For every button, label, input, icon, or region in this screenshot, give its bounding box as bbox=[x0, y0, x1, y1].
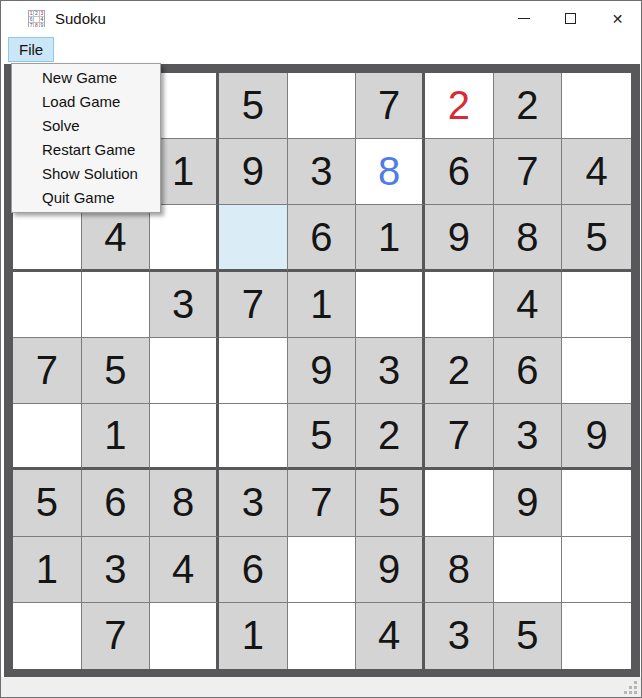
cell-r5c3[interactable] bbox=[150, 338, 219, 404]
cell-r6c2[interactable]: 1 bbox=[82, 404, 151, 470]
cell-r5c5[interactable]: 9 bbox=[288, 338, 357, 404]
cell-r5c8[interactable]: 6 bbox=[494, 338, 563, 404]
cell-r6c7[interactable]: 7 bbox=[425, 404, 494, 470]
window-title: Sudoku bbox=[55, 10, 106, 27]
close-button[interactable]: ✕ bbox=[594, 1, 641, 36]
cell-r7c9[interactable] bbox=[562, 470, 631, 536]
cell-r4c3[interactable]: 3 bbox=[150, 272, 219, 338]
cell-r3c2[interactable]: 4 bbox=[82, 205, 151, 271]
cell-r6c5[interactable]: 5 bbox=[288, 404, 357, 470]
window-controls: ✕ bbox=[500, 1, 641, 36]
resize-grip[interactable] bbox=[624, 681, 637, 694]
cell-r1c6[interactable]: 7 bbox=[356, 73, 425, 139]
cell-r2c4[interactable]: 9 bbox=[219, 139, 288, 205]
cell-r9c1[interactable] bbox=[13, 603, 82, 669]
cell-r6c1[interactable] bbox=[13, 404, 82, 470]
cell-r4c1[interactable] bbox=[13, 272, 82, 338]
sudoku-window: 12364789 Sudoku ✕ File 57221938674461985… bbox=[0, 0, 642, 698]
close-icon: ✕ bbox=[612, 11, 624, 27]
cell-r7c2[interactable]: 6 bbox=[82, 470, 151, 536]
cell-r6c6[interactable]: 2 bbox=[356, 404, 425, 470]
cell-r5c6[interactable]: 3 bbox=[356, 338, 425, 404]
cell-r4c8[interactable]: 4 bbox=[494, 272, 563, 338]
cell-r8c9[interactable] bbox=[562, 537, 631, 603]
cell-r5c2[interactable]: 5 bbox=[82, 338, 151, 404]
cell-r5c7[interactable]: 2 bbox=[425, 338, 494, 404]
cell-r3c5[interactable]: 6 bbox=[288, 205, 357, 271]
cell-r7c6[interactable]: 5 bbox=[356, 470, 425, 536]
cell-r8c8[interactable] bbox=[494, 537, 563, 603]
cell-r7c1[interactable]: 5 bbox=[13, 470, 82, 536]
cell-r1c9[interactable] bbox=[562, 73, 631, 139]
cell-r3c9[interactable]: 5 bbox=[562, 205, 631, 271]
cell-r9c4[interactable]: 1 bbox=[219, 603, 288, 669]
minimize-button[interactable] bbox=[500, 1, 547, 36]
cell-r7c5[interactable]: 7 bbox=[288, 470, 357, 536]
cell-r5c4[interactable] bbox=[219, 338, 288, 404]
menu-item-new-game[interactable]: New Game bbox=[12, 66, 160, 90]
cell-r7c7[interactable] bbox=[425, 470, 494, 536]
cell-r4c2[interactable] bbox=[82, 272, 151, 338]
cell-r8c6[interactable]: 9 bbox=[356, 537, 425, 603]
cell-r4c4[interactable]: 7 bbox=[219, 272, 288, 338]
cell-r8c7[interactable]: 8 bbox=[425, 537, 494, 603]
menu-item-load-game[interactable]: Load Game bbox=[12, 90, 160, 114]
cell-r3c6[interactable]: 1 bbox=[356, 205, 425, 271]
cell-r9c9[interactable] bbox=[562, 603, 631, 669]
cell-r8c3[interactable]: 4 bbox=[150, 537, 219, 603]
cell-r8c1[interactable]: 1 bbox=[13, 537, 82, 603]
cell-r8c4[interactable]: 6 bbox=[219, 537, 288, 603]
cell-r6c9[interactable]: 9 bbox=[562, 404, 631, 470]
cell-r3c7[interactable]: 9 bbox=[425, 205, 494, 271]
cell-r6c4[interactable] bbox=[219, 404, 288, 470]
cell-r9c3[interactable] bbox=[150, 603, 219, 669]
cell-r8c2[interactable]: 3 bbox=[82, 537, 151, 603]
cell-r2c8[interactable]: 7 bbox=[494, 139, 563, 205]
cell-r1c5[interactable] bbox=[288, 73, 357, 139]
cell-r2c6[interactable]: 8 bbox=[356, 139, 425, 205]
minimize-icon bbox=[518, 18, 530, 19]
cell-r7c3[interactable]: 8 bbox=[150, 470, 219, 536]
cell-r5c9[interactable] bbox=[562, 338, 631, 404]
menu-file[interactable]: File bbox=[8, 37, 54, 62]
cell-r9c2[interactable]: 7 bbox=[82, 603, 151, 669]
cell-r7c8[interactable]: 9 bbox=[494, 470, 563, 536]
cell-r8c5[interactable] bbox=[288, 537, 357, 603]
cell-r2c7[interactable]: 6 bbox=[425, 139, 494, 205]
cell-r4c7[interactable] bbox=[425, 272, 494, 338]
cell-r9c6[interactable]: 4 bbox=[356, 603, 425, 669]
menu-item-solve[interactable]: Solve bbox=[12, 114, 160, 138]
maximize-icon bbox=[565, 13, 576, 24]
cell-r4c6[interactable] bbox=[356, 272, 425, 338]
cell-r1c7[interactable]: 2 bbox=[425, 73, 494, 139]
cell-r9c7[interactable]: 3 bbox=[425, 603, 494, 669]
file-menu-dropdown: New GameLoad GameSolveRestart GameShow S… bbox=[11, 63, 161, 213]
sudoku-app-icon: 12364789 bbox=[28, 10, 45, 27]
menu-item-quit-game[interactable]: Quit Game bbox=[12, 186, 160, 210]
menu-bar: File bbox=[1, 36, 641, 63]
cell-r2c9[interactable]: 4 bbox=[562, 139, 631, 205]
cell-r3c3[interactable] bbox=[150, 205, 219, 271]
cell-r9c5[interactable] bbox=[288, 603, 357, 669]
cell-r6c8[interactable]: 3 bbox=[494, 404, 563, 470]
cell-r3c1[interactable] bbox=[13, 205, 82, 271]
cell-r1c4[interactable]: 5 bbox=[219, 73, 288, 139]
cell-r1c8[interactable]: 2 bbox=[494, 73, 563, 139]
cell-r7c4[interactable]: 3 bbox=[219, 470, 288, 536]
status-bar bbox=[1, 677, 641, 697]
cell-r9c8[interactable]: 5 bbox=[494, 603, 563, 669]
cell-r4c5[interactable]: 1 bbox=[288, 272, 357, 338]
menu-item-restart-game[interactable]: Restart Game bbox=[12, 138, 160, 162]
cell-r5c1[interactable]: 7 bbox=[13, 338, 82, 404]
cell-r2c5[interactable]: 3 bbox=[288, 139, 357, 205]
cell-r6c3[interactable] bbox=[150, 404, 219, 470]
cell-r3c8[interactable]: 8 bbox=[494, 205, 563, 271]
menu-item-show-solution[interactable]: Show Solution bbox=[12, 162, 160, 186]
title-bar: 12364789 Sudoku ✕ bbox=[1, 1, 641, 36]
cell-r3c4[interactable] bbox=[219, 205, 288, 271]
cell-r4c9[interactable] bbox=[562, 272, 631, 338]
maximize-button[interactable] bbox=[547, 1, 594, 36]
